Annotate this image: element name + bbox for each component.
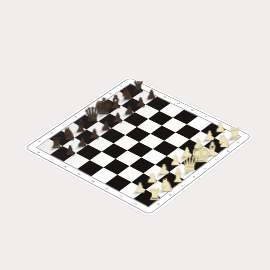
coordinate-label: a	[155, 202, 161, 206]
coordinate-label: 5	[177, 103, 183, 106]
coordinate-label: 7	[50, 159, 56, 163]
coordinate-label: 3	[205, 116, 211, 119]
coordinate-label: 4	[191, 109, 197, 112]
coordinate-label: 5	[78, 173, 84, 177]
coordinate-label: 1	[134, 203, 141, 207]
chess-board: abcdefgh abcdefgh 87654321 87654321 ♜♞♝♛…	[21, 76, 255, 217]
coordinate-label: 4	[92, 180, 99, 184]
piece-white-rook-a1: ♜	[140, 187, 169, 202]
coordinate-label: 2	[120, 196, 127, 200]
coordinate-label: 8	[37, 151, 43, 155]
coordinate-label: 6	[64, 166, 70, 170]
board-grid: ♜♞♝♛♚♝♞♜♟♟♟♟♟♟♟♟♟♟♟♟♟♟♟♟♜♞♝♛♚♝♞♜	[37, 84, 240, 206]
coordinate-label: 3	[106, 188, 113, 192]
product-photo-scene: abcdefgh abcdefgh 87654321 87654321 ♜♞♝♛…	[0, 0, 270, 270]
piece-black-pawn-a7: ♟	[56, 145, 84, 158]
